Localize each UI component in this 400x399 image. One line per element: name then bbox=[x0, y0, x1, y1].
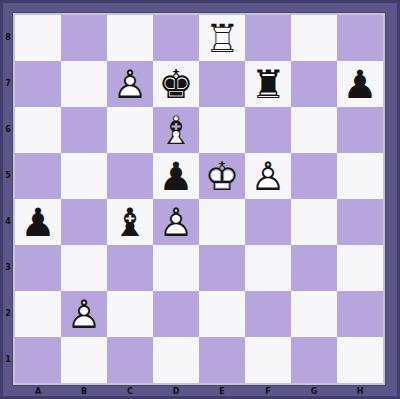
square-d2[interactable] bbox=[153, 291, 199, 337]
piece-white-pawn[interactable]: ♟♙ bbox=[245, 153, 291, 199]
square-g1[interactable] bbox=[291, 337, 337, 383]
piece-black-bishop[interactable]: ♝ bbox=[107, 199, 153, 245]
white-king-outline: ♔ bbox=[199, 153, 245, 199]
white-pawn-outline: ♙ bbox=[61, 291, 107, 337]
black-pawn-glyph: ♟ bbox=[153, 153, 199, 199]
square-e5[interactable]: ♚♔ bbox=[199, 153, 245, 199]
square-b5[interactable] bbox=[61, 153, 107, 199]
file-label-d: D bbox=[153, 386, 199, 397]
black-king-glyph: ♚ bbox=[153, 61, 199, 107]
square-c3[interactable] bbox=[107, 245, 153, 291]
square-e7[interactable] bbox=[199, 61, 245, 107]
square-e8[interactable]: ♜♖ bbox=[199, 15, 245, 61]
piece-white-pawn[interactable]: ♟♙ bbox=[153, 199, 199, 245]
square-g5[interactable] bbox=[291, 153, 337, 199]
square-g7[interactable] bbox=[291, 61, 337, 107]
square-a7[interactable] bbox=[15, 61, 61, 107]
square-g4[interactable] bbox=[291, 199, 337, 245]
square-b6[interactable] bbox=[61, 107, 107, 153]
square-a2[interactable] bbox=[15, 291, 61, 337]
square-c5[interactable] bbox=[107, 153, 153, 199]
piece-white-bishop[interactable]: ♝♗ bbox=[153, 107, 199, 153]
white-pawn-outline: ♙ bbox=[153, 199, 199, 245]
square-f1[interactable] bbox=[245, 337, 291, 383]
rank-label-7: 7 bbox=[3, 61, 13, 107]
square-h1[interactable] bbox=[337, 337, 383, 383]
square-d3[interactable] bbox=[153, 245, 199, 291]
file-label-b: B bbox=[61, 386, 107, 397]
square-b3[interactable] bbox=[61, 245, 107, 291]
square-h6[interactable] bbox=[337, 107, 383, 153]
square-b4[interactable] bbox=[61, 199, 107, 245]
square-a5[interactable] bbox=[15, 153, 61, 199]
square-d8[interactable] bbox=[153, 15, 199, 61]
square-e2[interactable] bbox=[199, 291, 245, 337]
square-h4[interactable] bbox=[337, 199, 383, 245]
square-c8[interactable] bbox=[107, 15, 153, 61]
file-label-e: E bbox=[199, 386, 245, 397]
piece-black-rook[interactable]: ♜ bbox=[245, 61, 291, 107]
square-f5[interactable]: ♟♙ bbox=[245, 153, 291, 199]
square-g6[interactable] bbox=[291, 107, 337, 153]
rank-label-2: 2 bbox=[3, 291, 13, 337]
white-rook-outline: ♖ bbox=[199, 15, 245, 61]
square-e4[interactable] bbox=[199, 199, 245, 245]
square-f7[interactable]: ♜ bbox=[245, 61, 291, 107]
square-c6[interactable] bbox=[107, 107, 153, 153]
piece-white-pawn[interactable]: ♟♙ bbox=[61, 291, 107, 337]
square-c2[interactable] bbox=[107, 291, 153, 337]
square-d4[interactable]: ♟♙ bbox=[153, 199, 199, 245]
piece-black-pawn[interactable]: ♟ bbox=[15, 199, 61, 245]
square-g2[interactable] bbox=[291, 291, 337, 337]
square-b8[interactable] bbox=[61, 15, 107, 61]
square-f6[interactable] bbox=[245, 107, 291, 153]
chess-board: ♜♖♟♙♚♜♟♝♗♟♚♔♟♙♟♝♟♙♟♙ bbox=[13, 13, 385, 385]
square-b2[interactable]: ♟♙ bbox=[61, 291, 107, 337]
square-e6[interactable] bbox=[199, 107, 245, 153]
square-e3[interactable] bbox=[199, 245, 245, 291]
file-label-g: G bbox=[291, 386, 337, 397]
square-e1[interactable] bbox=[199, 337, 245, 383]
rank-label-1: 1 bbox=[3, 337, 13, 383]
square-b7[interactable] bbox=[61, 61, 107, 107]
piece-white-rook[interactable]: ♜♖ bbox=[199, 15, 245, 61]
square-a6[interactable] bbox=[15, 107, 61, 153]
chess-board-frame: ♜♖♟♙♚♜♟♝♗♟♚♔♟♙♟♝♟♙♟♙ ABCDEFGH87654321 bbox=[0, 0, 400, 399]
square-a1[interactable] bbox=[15, 337, 61, 383]
rank-label-4: 4 bbox=[3, 199, 13, 245]
file-label-h: H bbox=[337, 386, 383, 397]
piece-black-pawn[interactable]: ♟ bbox=[153, 153, 199, 199]
square-f2[interactable] bbox=[245, 291, 291, 337]
square-g8[interactable] bbox=[291, 15, 337, 61]
file-label-c: C bbox=[107, 386, 153, 397]
piece-white-pawn[interactable]: ♟♙ bbox=[107, 61, 153, 107]
piece-black-king[interactable]: ♚ bbox=[153, 61, 199, 107]
file-label-f: F bbox=[245, 386, 291, 397]
square-d5[interactable]: ♟ bbox=[153, 153, 199, 199]
square-h8[interactable] bbox=[337, 15, 383, 61]
square-d6[interactable]: ♝♗ bbox=[153, 107, 199, 153]
black-rook-glyph: ♜ bbox=[245, 61, 291, 107]
rank-label-5: 5 bbox=[3, 153, 13, 199]
black-bishop-glyph: ♝ bbox=[107, 199, 153, 245]
white-bishop-outline: ♗ bbox=[153, 107, 199, 153]
square-h2[interactable] bbox=[337, 291, 383, 337]
square-b1[interactable] bbox=[61, 337, 107, 383]
file-label-a: A bbox=[15, 386, 61, 397]
square-h5[interactable] bbox=[337, 153, 383, 199]
piece-black-pawn[interactable]: ♟ bbox=[337, 61, 383, 107]
square-f4[interactable] bbox=[245, 199, 291, 245]
square-g3[interactable] bbox=[291, 245, 337, 291]
piece-white-king[interactable]: ♚♔ bbox=[199, 153, 245, 199]
square-h7[interactable]: ♟ bbox=[337, 61, 383, 107]
square-h3[interactable] bbox=[337, 245, 383, 291]
square-a3[interactable] bbox=[15, 245, 61, 291]
rank-label-8: 8 bbox=[3, 15, 13, 61]
square-f3[interactable] bbox=[245, 245, 291, 291]
square-c1[interactable] bbox=[107, 337, 153, 383]
rank-label-3: 3 bbox=[3, 245, 13, 291]
white-pawn-outline: ♙ bbox=[107, 61, 153, 107]
square-f8[interactable] bbox=[245, 15, 291, 61]
black-pawn-glyph: ♟ bbox=[15, 199, 61, 245]
square-a4[interactable]: ♟ bbox=[15, 199, 61, 245]
square-a8[interactable] bbox=[15, 15, 61, 61]
square-d1[interactable] bbox=[153, 337, 199, 383]
square-c4[interactable]: ♝ bbox=[107, 199, 153, 245]
white-pawn-outline: ♙ bbox=[245, 153, 291, 199]
square-c7[interactable]: ♟♙ bbox=[107, 61, 153, 107]
black-pawn-glyph: ♟ bbox=[337, 61, 383, 107]
square-d7[interactable]: ♚ bbox=[153, 61, 199, 107]
rank-label-6: 6 bbox=[3, 107, 13, 153]
